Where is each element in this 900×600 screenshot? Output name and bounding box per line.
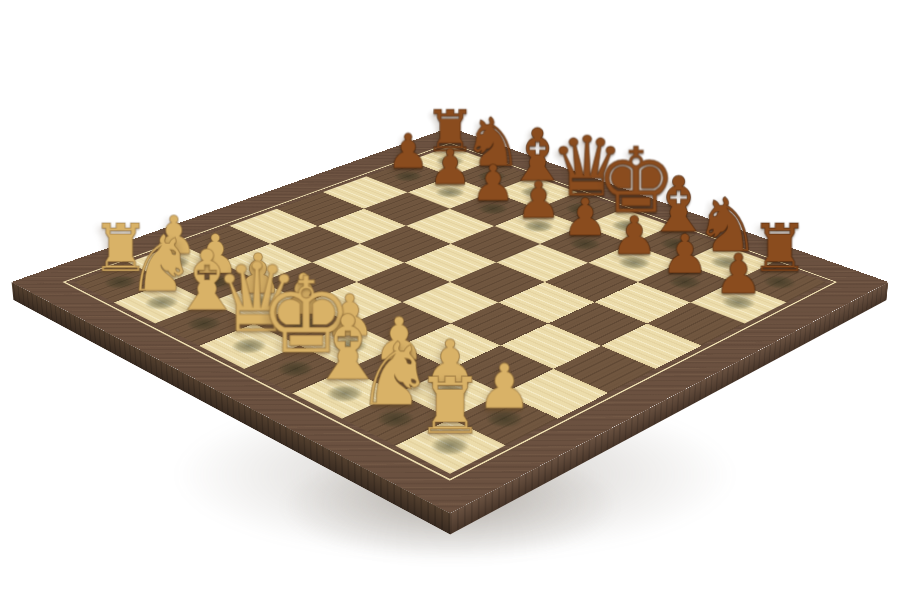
square-h6 [646,302,744,345]
piece-black-pawn: ♟ [704,247,772,302]
chess-board: ♜♟♟♜♞♟♟♞♝♟♟♝♛♟♟♛♚♟♟♚♝♟♟♝♞♟♟♞♜♟♟♜ [74,146,826,473]
piece-white-rook: ♜ [411,368,489,446]
scene: ♜♟♟♜♞♟♟♞♝♟♟♝♛♟♟♛♚♟♟♚♝♟♟♝♞♟♟♞♜♟♟♜ [0,0,900,600]
square-h1: ♜ [395,419,506,474]
chess-board-frame: ♜♟♟♜♞♟♟♞♝♟♟♝♛♟♟♛♚♟♟♚♝♟♟♝♞♟♟♞♜♟♟♜ [12,127,889,513]
square-h7: ♟ [690,282,786,324]
perspective-wrapper: ♜♟♟♜♞♟♟♞♝♟♟♝♛♟♟♛♚♟♟♚♝♟♟♝♞♟♟♞♜♟♟♜ [0,0,900,600]
